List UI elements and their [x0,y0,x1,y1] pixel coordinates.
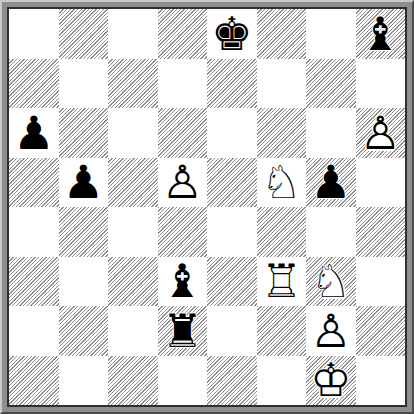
square-d6[interactable] [158,108,208,158]
square-f6[interactable] [257,108,307,158]
white-piece-outline: ♔ [306,356,356,406]
square-g6[interactable] [306,108,356,158]
square-f8[interactable] [257,9,307,59]
square-h3[interactable] [356,257,406,307]
white-rook-f3[interactable]: ♜♖ [257,257,307,307]
white-piece-outline: ♙ [356,108,406,158]
square-e7[interactable] [207,59,257,109]
white-piece-outline: ♙ [306,306,356,356]
square-b3[interactable] [59,257,109,307]
square-c6[interactable] [108,108,158,158]
white-pawn-d5[interactable]: ♟♙ [158,158,208,208]
square-g8[interactable] [306,9,356,59]
square-b4[interactable] [59,207,109,257]
square-g7[interactable] [306,59,356,109]
square-a4[interactable] [9,207,59,257]
square-c7[interactable] [108,59,158,109]
square-e1[interactable] [207,356,257,406]
square-a5[interactable] [9,158,59,208]
square-f4[interactable] [257,207,307,257]
white-knight-f5[interactable]: ♞♘ [257,158,307,208]
black-rook-d2[interactable]: ♜ [158,306,208,356]
white-king-g1[interactable]: ♚♔ [306,356,356,406]
square-e3[interactable] [207,257,257,307]
square-a2[interactable] [9,306,59,356]
square-a3[interactable] [9,257,59,307]
square-c8[interactable] [108,9,158,59]
square-e6[interactable] [207,108,257,158]
chess-board: ♚♝♟♟♙♟♟♙♞♘♟♝♜♖♞♘♜♟♙♚♔ [7,7,407,407]
square-c2[interactable] [108,306,158,356]
square-f7[interactable] [257,59,307,109]
square-d1[interactable] [158,356,208,406]
white-pawn-g2[interactable]: ♟♙ [306,306,356,356]
square-b5[interactable]: ♟ [59,158,109,208]
square-f1[interactable] [257,356,307,406]
square-h1[interactable] [356,356,406,406]
square-e5[interactable] [207,158,257,208]
square-e4[interactable] [207,207,257,257]
black-pawn-b5[interactable]: ♟ [59,158,109,208]
square-g2[interactable]: ♟♙ [306,306,356,356]
square-f3[interactable]: ♜♖ [257,257,307,307]
square-b1[interactable] [59,356,109,406]
white-pawn-h6[interactable]: ♟♙ [356,108,406,158]
square-d7[interactable] [158,59,208,109]
square-c3[interactable] [108,257,158,307]
board-frame: ♚♝♟♟♙♟♟♙♞♘♟♝♜♖♞♘♜♟♙♚♔ [0,0,414,414]
black-king-e8[interactable]: ♚ [207,9,257,59]
square-d2[interactable]: ♜ [158,306,208,356]
square-c5[interactable] [108,158,158,208]
square-f2[interactable] [257,306,307,356]
square-f5[interactable]: ♞♘ [257,158,307,208]
square-d3[interactable]: ♝ [158,257,208,307]
square-b2[interactable] [59,306,109,356]
black-bishop-h8[interactable]: ♝ [356,9,406,59]
square-d4[interactable] [158,207,208,257]
square-a7[interactable] [9,59,59,109]
white-piece-outline: ♖ [257,257,307,307]
square-d5[interactable]: ♟♙ [158,158,208,208]
square-h8[interactable]: ♝ [356,9,406,59]
square-h6[interactable]: ♟♙ [356,108,406,158]
square-e8[interactable]: ♚ [207,9,257,59]
square-h4[interactable] [356,207,406,257]
square-g5[interactable]: ♟ [306,158,356,208]
square-g1[interactable]: ♚♔ [306,356,356,406]
square-c1[interactable] [108,356,158,406]
black-bishop-d3[interactable]: ♝ [158,257,208,307]
square-c4[interactable] [108,207,158,257]
white-piece-outline: ♘ [306,257,356,307]
square-b6[interactable] [59,108,109,158]
white-piece-outline: ♙ [158,158,208,208]
square-e2[interactable] [207,306,257,356]
square-a1[interactable] [9,356,59,406]
square-b7[interactable] [59,59,109,109]
black-pawn-a6[interactable]: ♟ [9,108,59,158]
square-a6[interactable]: ♟ [9,108,59,158]
black-pawn-g5[interactable]: ♟ [306,158,356,208]
square-g4[interactable] [306,207,356,257]
square-d8[interactable] [158,9,208,59]
square-g3[interactable]: ♞♘ [306,257,356,307]
square-h5[interactable] [356,158,406,208]
white-piece-outline: ♘ [257,158,307,208]
square-a8[interactable] [9,9,59,59]
square-h7[interactable] [356,59,406,109]
square-b8[interactable] [59,9,109,59]
square-h2[interactable] [356,306,406,356]
white-knight-g3[interactable]: ♞♘ [306,257,356,307]
